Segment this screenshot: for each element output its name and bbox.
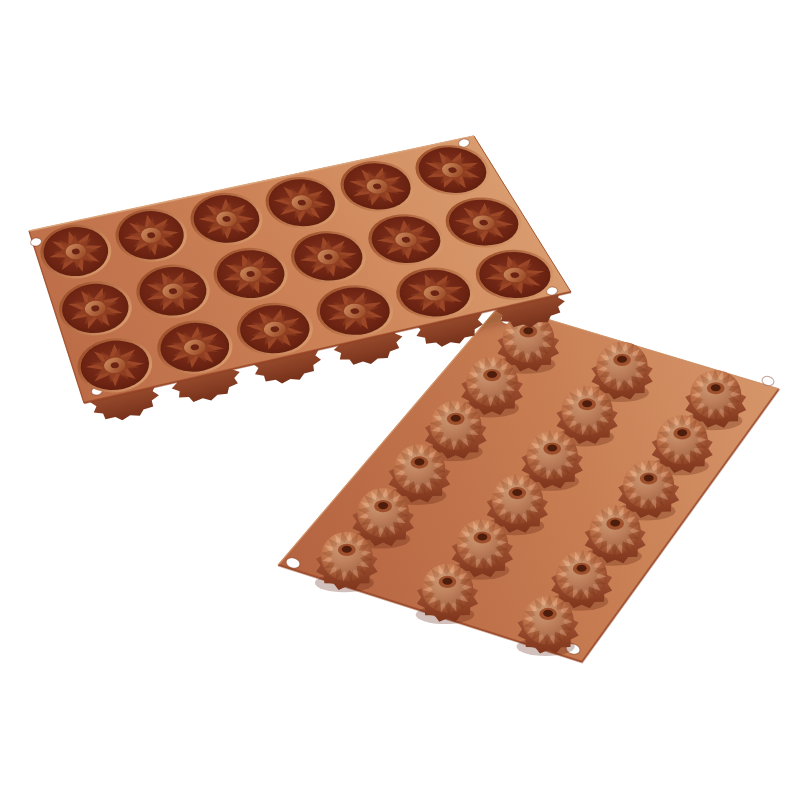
product-photo — [0, 0, 800, 800]
molds-illustration — [0, 0, 800, 800]
